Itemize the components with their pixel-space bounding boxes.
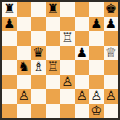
square-f4[interactable] [75, 60, 90, 75]
square-e8[interactable] [60, 2, 75, 17]
square-g2[interactable]: ♙ [89, 89, 104, 104]
square-h7[interactable]: ♟ [104, 17, 119, 32]
piece-black-pawn: ♟ [90, 17, 102, 32]
square-f3[interactable] [75, 75, 90, 90]
square-a5[interactable] [2, 46, 17, 61]
square-b7[interactable] [17, 17, 32, 32]
square-g1[interactable]: ♔ [89, 104, 104, 119]
square-a7[interactable]: ♟ [2, 17, 17, 32]
square-b2[interactable]: ♙ [17, 89, 32, 104]
square-b5[interactable] [17, 46, 32, 61]
piece-white-bishop: ♗ [32, 60, 44, 75]
square-e5[interactable] [60, 46, 75, 61]
piece-white-pawn: ♙ [18, 89, 30, 104]
square-c2[interactable] [31, 89, 46, 104]
square-e1[interactable] [60, 104, 75, 119]
square-b6[interactable] [17, 31, 32, 46]
square-h4[interactable] [104, 60, 119, 75]
square-a4[interactable] [2, 60, 17, 75]
piece-white-rook: ♖ [47, 60, 59, 75]
square-f6[interactable] [75, 31, 90, 46]
square-d1[interactable] [46, 104, 61, 119]
square-e4[interactable] [60, 60, 75, 75]
piece-white-queen: ♕ [105, 46, 117, 61]
square-d4[interactable]: ♖ [46, 60, 61, 75]
square-d6[interactable] [46, 31, 61, 46]
square-e2[interactable] [60, 89, 75, 104]
square-h6[interactable] [104, 31, 119, 46]
square-h3[interactable] [104, 75, 119, 90]
piece-black-pawn: ♟ [76, 46, 88, 61]
piece-white-rook: ♖ [61, 31, 73, 46]
square-d2[interactable] [46, 89, 61, 104]
piece-black-rook: ♜ [3, 2, 15, 17]
square-a6[interactable] [2, 31, 17, 46]
piece-black-knight: ♞ [18, 60, 30, 75]
square-b8[interactable] [17, 2, 32, 17]
square-c7[interactable] [31, 17, 46, 32]
square-c3[interactable] [31, 75, 46, 90]
square-c8[interactable] [31, 2, 46, 17]
square-e3[interactable]: ♙ [60, 75, 75, 90]
square-f2[interactable]: ♙ [75, 89, 90, 104]
square-a8[interactable]: ♜ [2, 2, 17, 17]
square-b4[interactable]: ♞ [17, 60, 32, 75]
square-b1[interactable] [17, 104, 32, 119]
square-b3[interactable] [17, 75, 32, 90]
piece-white-king: ♔ [90, 104, 102, 119]
piece-white-pawn: ♙ [76, 89, 88, 104]
square-e6[interactable]: ♖ [60, 31, 75, 46]
square-h8[interactable]: ♚ [104, 2, 119, 17]
piece-black-queen: ♛ [32, 46, 44, 61]
piece-black-pawn: ♟ [3, 17, 15, 32]
square-g8[interactable] [89, 2, 104, 17]
square-a2[interactable] [2, 89, 17, 104]
square-c4[interactable]: ♗ [31, 60, 46, 75]
square-a1[interactable] [2, 104, 17, 119]
square-c5[interactable]: ♛ [31, 46, 46, 61]
piece-black-king: ♚ [105, 2, 117, 17]
piece-white-pawn: ♙ [90, 89, 102, 104]
piece-white-pawn: ♙ [61, 75, 73, 90]
square-g6[interactable] [89, 31, 104, 46]
square-f8[interactable] [75, 2, 90, 17]
square-h2[interactable]: ♙ [104, 89, 119, 104]
square-h1[interactable] [104, 104, 119, 119]
square-g5[interactable] [89, 46, 104, 61]
chess-board: ♜♜♚♟♟♟♖♛♟♕♞♗♖♙♙♙♙♙♔ [0, 0, 120, 120]
square-a3[interactable] [2, 75, 17, 90]
square-e7[interactable] [60, 17, 75, 32]
square-g3[interactable] [89, 75, 104, 90]
square-g7[interactable]: ♟ [89, 17, 104, 32]
square-d5[interactable] [46, 46, 61, 61]
square-d3[interactable] [46, 75, 61, 90]
square-c1[interactable] [31, 104, 46, 119]
square-f5[interactable]: ♟ [75, 46, 90, 61]
piece-black-pawn: ♟ [105, 17, 117, 32]
square-g4[interactable] [89, 60, 104, 75]
square-f1[interactable] [75, 104, 90, 119]
piece-white-pawn: ♙ [105, 89, 117, 104]
square-d7[interactable] [46, 17, 61, 32]
square-c6[interactable] [31, 31, 46, 46]
square-d8[interactable]: ♜ [46, 2, 61, 17]
piece-black-rook: ♜ [47, 2, 59, 17]
square-f7[interactable] [75, 17, 90, 32]
board-grid: ♜♜♚♟♟♟♖♛♟♕♞♗♖♙♙♙♙♙♔ [2, 2, 118, 118]
square-h5[interactable]: ♕ [104, 46, 119, 61]
